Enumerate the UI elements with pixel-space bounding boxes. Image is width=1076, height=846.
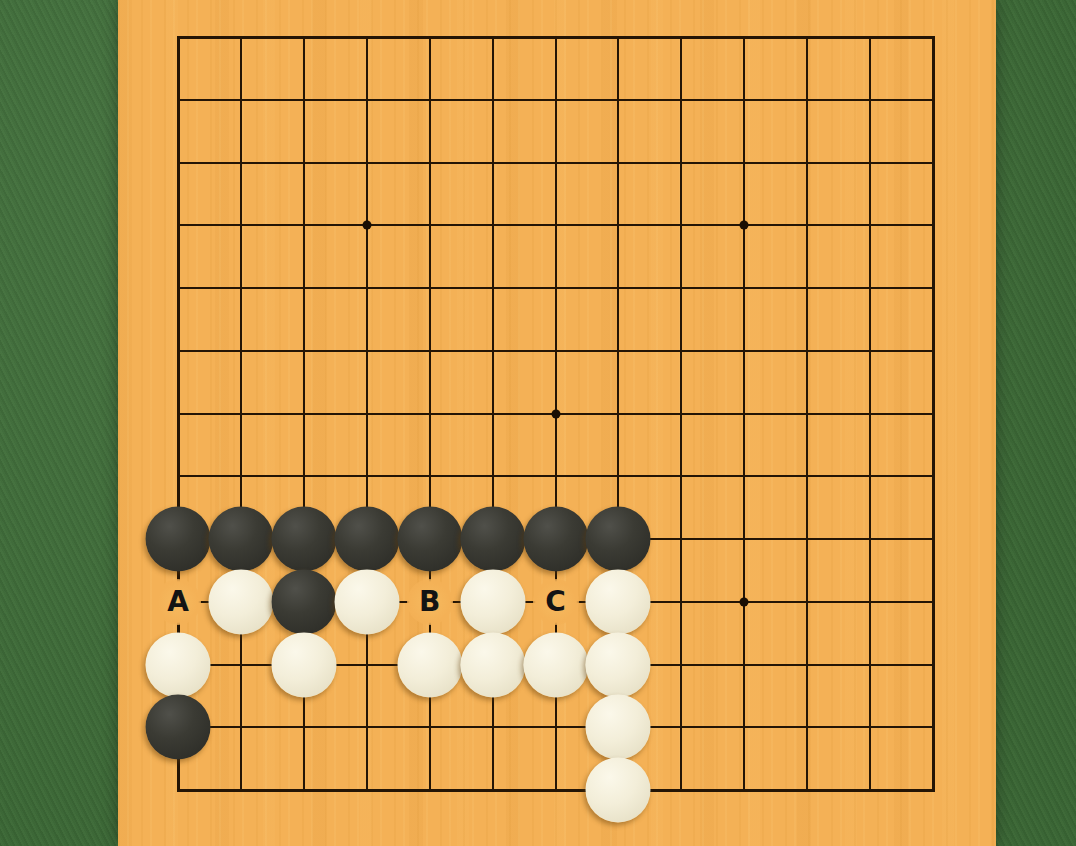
- white-stone[interactable]: [460, 632, 525, 697]
- white-stone[interactable]: [586, 758, 651, 823]
- goban: ABC: [118, 0, 996, 846]
- black-stone[interactable]: [146, 507, 211, 572]
- star-point: [551, 409, 560, 418]
- white-stone[interactable]: [586, 695, 651, 760]
- white-stone[interactable]: [586, 632, 651, 697]
- point-label-C[interactable]: C: [533, 579, 579, 625]
- black-stone[interactable]: [146, 695, 211, 760]
- star-point: [740, 597, 749, 606]
- point-label-B[interactable]: B: [407, 579, 453, 625]
- black-stone[interactable]: [271, 569, 336, 634]
- white-stone[interactable]: [460, 569, 525, 634]
- white-stone[interactable]: [146, 632, 211, 697]
- white-stone[interactable]: [271, 632, 336, 697]
- star-point: [362, 221, 371, 230]
- point-label-A[interactable]: A: [155, 579, 201, 625]
- white-stone[interactable]: [208, 569, 273, 634]
- board-grid[interactable]: ABC: [178, 37, 933, 790]
- black-stone[interactable]: [586, 507, 651, 572]
- black-stone[interactable]: [397, 507, 462, 572]
- black-stone[interactable]: [334, 507, 399, 572]
- white-stone[interactable]: [397, 632, 462, 697]
- black-stone[interactable]: [208, 507, 273, 572]
- black-stone[interactable]: [460, 507, 525, 572]
- table-background: ABC: [0, 0, 1076, 846]
- star-point: [740, 221, 749, 230]
- white-stone[interactable]: [334, 569, 399, 634]
- white-stone[interactable]: [586, 569, 651, 634]
- black-stone[interactable]: [271, 507, 336, 572]
- white-stone[interactable]: [523, 632, 588, 697]
- black-stone[interactable]: [523, 507, 588, 572]
